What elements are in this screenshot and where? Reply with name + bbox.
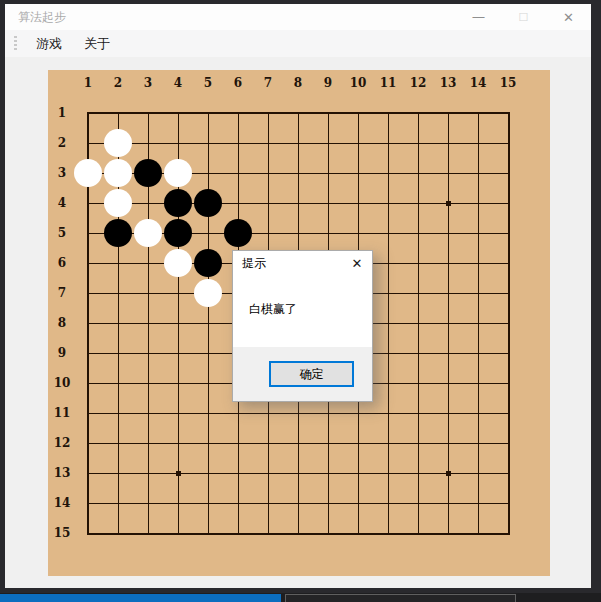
star-point-4-13	[176, 471, 181, 476]
intersection-4-14[interactable]	[163, 488, 193, 518]
intersection-6-4[interactable]	[223, 188, 253, 218]
intersection-9-5[interactable]	[313, 218, 343, 248]
intersection-12-10[interactable]	[403, 368, 433, 398]
intersection-2-9[interactable]	[103, 338, 133, 368]
row-label-4: 4	[48, 188, 76, 218]
intersection-4-3[interactable]	[163, 158, 193, 188]
intersection-9-1[interactable]	[313, 98, 343, 128]
intersection-1-1[interactable]	[73, 98, 103, 128]
intersection-6-12[interactable]	[223, 428, 253, 458]
intersection-3-8[interactable]	[133, 308, 163, 338]
intersection-1-4[interactable]	[73, 188, 103, 218]
intersection-4-13[interactable]	[163, 458, 193, 488]
intersection-9-13[interactable]	[313, 458, 343, 488]
intersection-6-14[interactable]	[223, 488, 253, 518]
intersection-15-14[interactable]	[493, 488, 523, 518]
intersection-11-11[interactable]	[373, 398, 403, 428]
white-stone-4-3	[164, 159, 192, 187]
intersection-8-3[interactable]	[283, 158, 313, 188]
black-stone-4-5	[164, 219, 192, 247]
intersection-7-3[interactable]	[253, 158, 283, 188]
column-label-15: 15	[493, 76, 523, 90]
black-stone-3-3	[134, 159, 162, 187]
intersection-14-9[interactable]	[463, 338, 493, 368]
intersection-15-5[interactable]	[493, 218, 523, 248]
column-label-1: 1	[73, 76, 103, 90]
intersection-9-11[interactable]	[313, 398, 343, 428]
row-label-1: 1	[48, 98, 76, 128]
white-stone-2-2	[104, 129, 132, 157]
white-stone-4-6	[164, 249, 192, 277]
intersection-9-2[interactable]	[313, 128, 343, 158]
intersection-9-14[interactable]	[313, 488, 343, 518]
intersection-10-15[interactable]	[343, 518, 373, 548]
intersection-2-6[interactable]	[103, 248, 133, 278]
column-label-9: 9	[313, 76, 343, 90]
intersection-8-15[interactable]	[283, 518, 313, 548]
column-label-14: 14	[463, 76, 493, 90]
intersection-8-5[interactable]	[283, 218, 313, 248]
intersection-10-11[interactable]	[343, 398, 373, 428]
intersection-13-7[interactable]	[433, 278, 463, 308]
intersection-10-4[interactable]	[343, 188, 373, 218]
intersection-3-5[interactable]	[133, 218, 163, 248]
star-point-13-4	[446, 201, 451, 206]
row-label-9: 9	[48, 338, 76, 368]
white-stone-2-4	[104, 189, 132, 217]
intersection-12-13[interactable]	[403, 458, 433, 488]
intersection-6-15[interactable]	[223, 518, 253, 548]
intersection-4-2[interactable]	[163, 128, 193, 158]
intersection-2-12[interactable]	[103, 428, 133, 458]
intersection-1-3[interactable]	[73, 158, 103, 188]
row-label-5: 5	[48, 218, 76, 248]
intersection-13-9[interactable]	[433, 338, 463, 368]
intersection-4-4[interactable]	[163, 188, 193, 218]
white-stone-3-5	[134, 219, 162, 247]
intersection-14-3[interactable]	[463, 158, 493, 188]
intersection-7-2[interactable]	[253, 128, 283, 158]
intersection-2-8[interactable]	[103, 308, 133, 338]
intersection-2-11[interactable]	[103, 398, 133, 428]
black-stone-6-5	[224, 219, 252, 247]
intersection-10-2[interactable]	[343, 128, 373, 158]
intersection-4-10[interactable]	[163, 368, 193, 398]
column-label-12: 12	[403, 76, 433, 90]
intersection-7-12[interactable]	[253, 428, 283, 458]
column-label-11: 11	[373, 76, 403, 90]
intersection-5-7[interactable]	[193, 278, 223, 308]
intersection-11-3[interactable]	[373, 158, 403, 188]
dialog-title-bar: 提示 ✕	[233, 251, 372, 275]
intersection-2-13[interactable]	[103, 458, 133, 488]
row-label-6: 6	[48, 248, 76, 278]
intersection-14-1[interactable]	[463, 98, 493, 128]
intersection-11-4[interactable]	[373, 188, 403, 218]
intersection-10-13[interactable]	[343, 458, 373, 488]
intersection-3-10[interactable]	[133, 368, 163, 398]
intersection-11-13[interactable]	[373, 458, 403, 488]
intersection-2-14[interactable]	[103, 488, 133, 518]
intersection-3-4[interactable]	[133, 188, 163, 218]
intersection-12-7[interactable]	[403, 278, 433, 308]
intersection-1-9[interactable]	[73, 338, 103, 368]
intersection-9-4[interactable]	[313, 188, 343, 218]
intersection-7-13[interactable]	[253, 458, 283, 488]
intersection-11-9[interactable]	[373, 338, 403, 368]
black-stone-2-5	[104, 219, 132, 247]
column-label-2: 2	[103, 76, 133, 90]
intersection-4-7[interactable]	[163, 278, 193, 308]
menu-bar: 游戏 关于	[5, 30, 591, 57]
intersection-4-1[interactable]	[163, 98, 193, 128]
intersection-1-10[interactable]	[73, 368, 103, 398]
intersection-4-15[interactable]	[163, 518, 193, 548]
intersection-11-12[interactable]	[373, 428, 403, 458]
app-window: 算法起步 — ☐ ✕ 游戏 关于 123456789101112131415 1…	[5, 4, 591, 588]
intersection-15-6[interactable]	[493, 248, 523, 278]
intersection-12-12[interactable]	[403, 428, 433, 458]
white-stone-1-3	[74, 159, 102, 187]
intersection-14-8[interactable]	[463, 308, 493, 338]
intersection-3-14[interactable]	[133, 488, 163, 518]
intersection-4-8[interactable]	[163, 308, 193, 338]
intersection-1-13[interactable]	[73, 458, 103, 488]
dialog-close-button[interactable]: ✕	[342, 251, 372, 275]
intersection-15-9[interactable]	[493, 338, 523, 368]
intersection-15-12[interactable]	[493, 428, 523, 458]
intersection-15-1[interactable]	[493, 98, 523, 128]
intersection-5-15[interactable]	[193, 518, 223, 548]
intersection-3-2[interactable]	[133, 128, 163, 158]
row-label-15: 15	[48, 518, 76, 548]
intersection-5-8[interactable]	[193, 308, 223, 338]
menu-item-game[interactable]: 游戏	[25, 30, 73, 57]
intersection-9-3[interactable]	[313, 158, 343, 188]
intersection-8-11[interactable]	[283, 398, 313, 428]
intersection-13-6[interactable]	[433, 248, 463, 278]
intersection-15-8[interactable]	[493, 308, 523, 338]
window-controls: — ☐ ✕	[456, 4, 591, 30]
intersection-1-11[interactable]	[73, 398, 103, 428]
taskbar	[0, 593, 601, 602]
intersection-12-8[interactable]	[403, 308, 433, 338]
dialog-message: 白棋赢了	[249, 301, 297, 318]
intersection-14-12[interactable]	[463, 428, 493, 458]
intersection-14-15[interactable]	[463, 518, 493, 548]
intersection-12-5[interactable]	[403, 218, 433, 248]
intersection-4-11[interactable]	[163, 398, 193, 428]
intersection-15-3[interactable]	[493, 158, 523, 188]
message-dialog: 提示 ✕ 白棋赢了 确定	[232, 250, 373, 402]
intersection-11-5[interactable]	[373, 218, 403, 248]
intersection-8-13[interactable]	[283, 458, 313, 488]
intersection-5-11[interactable]	[193, 398, 223, 428]
intersection-8-14[interactable]	[283, 488, 313, 518]
intersection-13-13[interactable]	[433, 458, 463, 488]
intersection-15-4[interactable]	[493, 188, 523, 218]
intersection-8-1[interactable]	[283, 98, 313, 128]
close-button[interactable]: ✕	[546, 4, 591, 30]
intersection-10-1[interactable]	[343, 98, 373, 128]
intersection-12-6[interactable]	[403, 248, 433, 278]
intersection-5-12[interactable]	[193, 428, 223, 458]
intersection-13-15[interactable]	[433, 518, 463, 548]
intersection-11-2[interactable]	[373, 128, 403, 158]
minimize-icon: —	[473, 10, 485, 24]
intersection-10-3[interactable]	[343, 158, 373, 188]
intersection-12-15[interactable]	[403, 518, 433, 548]
dialog-ok-button[interactable]: 确定	[269, 361, 354, 387]
intersection-4-6[interactable]	[163, 248, 193, 278]
intersection-12-1[interactable]	[403, 98, 433, 128]
intersection-11-15[interactable]	[373, 518, 403, 548]
intersection-3-11[interactable]	[133, 398, 163, 428]
intersection-14-11[interactable]	[463, 398, 493, 428]
intersection-12-4[interactable]	[403, 188, 433, 218]
intersection-14-13[interactable]	[463, 458, 493, 488]
intersection-7-14[interactable]	[253, 488, 283, 518]
intersection-14-6[interactable]	[463, 248, 493, 278]
intersection-2-4[interactable]	[103, 188, 133, 218]
column-label-5: 5	[193, 76, 223, 90]
intersection-1-5[interactable]	[73, 218, 103, 248]
intersection-7-5[interactable]	[253, 218, 283, 248]
intersection-7-1[interactable]	[253, 98, 283, 128]
intersection-9-12[interactable]	[313, 428, 343, 458]
intersection-11-1[interactable]	[373, 98, 403, 128]
intersection-13-10[interactable]	[433, 368, 463, 398]
intersection-1-7[interactable]	[73, 278, 103, 308]
row-label-14: 14	[48, 488, 76, 518]
intersection-1-2[interactable]	[73, 128, 103, 158]
intersection-2-2[interactable]	[103, 128, 133, 158]
maximize-icon: ☐	[519, 11, 529, 24]
intersection-5-6[interactable]	[193, 248, 223, 278]
intersection-6-5[interactable]	[223, 218, 253, 248]
intersection-2-15[interactable]	[103, 518, 133, 548]
toolbar-grip-icon	[14, 36, 17, 51]
intersection-2-1[interactable]	[103, 98, 133, 128]
column-label-4: 4	[163, 76, 193, 90]
intersection-15-11[interactable]	[493, 398, 523, 428]
intersection-13-11[interactable]	[433, 398, 463, 428]
intersection-1-8[interactable]	[73, 308, 103, 338]
close-icon: ✕	[563, 10, 574, 25]
row-label-2: 2	[48, 128, 76, 158]
white-stone-5-7	[194, 279, 222, 307]
intersection-12-9[interactable]	[403, 338, 433, 368]
dialog-footer: 确定	[233, 347, 372, 401]
intersection-14-14[interactable]	[463, 488, 493, 518]
intersection-5-9[interactable]	[193, 338, 223, 368]
intersection-11-6[interactable]	[373, 248, 403, 278]
intersection-13-14[interactable]	[433, 488, 463, 518]
intersection-12-2[interactable]	[403, 128, 433, 158]
row-label-3: 3	[48, 158, 76, 188]
intersection-5-4[interactable]	[193, 188, 223, 218]
intersection-9-15[interactable]	[313, 518, 343, 548]
intersection-5-3[interactable]	[193, 158, 223, 188]
intersection-3-9[interactable]	[133, 338, 163, 368]
intersection-13-4[interactable]	[433, 188, 463, 218]
intersection-14-2[interactable]	[463, 128, 493, 158]
intersection-1-15[interactable]	[73, 518, 103, 548]
intersection-11-10[interactable]	[373, 368, 403, 398]
intersection-11-8[interactable]	[373, 308, 403, 338]
intersection-15-15[interactable]	[493, 518, 523, 548]
intersection-3-1[interactable]	[133, 98, 163, 128]
intersection-12-11[interactable]	[403, 398, 433, 428]
intersection-2-3[interactable]	[103, 158, 133, 188]
intersection-7-4[interactable]	[253, 188, 283, 218]
intersection-2-10[interactable]	[103, 368, 133, 398]
intersection-7-11[interactable]	[253, 398, 283, 428]
taskbar-accent-segment[interactable]	[0, 594, 281, 602]
row-label-10: 10	[48, 368, 76, 398]
intersection-2-7[interactable]	[103, 278, 133, 308]
intersection-10-12[interactable]	[343, 428, 373, 458]
window-content: 123456789101112131415 123456789101112131…	[5, 57, 591, 588]
intersection-6-2[interactable]	[223, 128, 253, 158]
row-label-11: 11	[48, 398, 76, 428]
intersection-8-12[interactable]	[283, 428, 313, 458]
intersection-15-10[interactable]	[493, 368, 523, 398]
minimize-button[interactable]: —	[456, 4, 501, 30]
menu-item-about[interactable]: 关于	[73, 30, 121, 57]
intersection-6-11[interactable]	[223, 398, 253, 428]
column-label-8: 8	[283, 76, 313, 90]
row-label-8: 8	[48, 308, 76, 338]
dialog-close-icon: ✕	[352, 256, 363, 271]
intersection-13-5[interactable]	[433, 218, 463, 248]
intersection-10-5[interactable]	[343, 218, 373, 248]
intersection-6-3[interactable]	[223, 158, 253, 188]
row-label-12: 12	[48, 428, 76, 458]
maximize-button[interactable]: ☐	[501, 4, 546, 30]
intersection-5-5[interactable]	[193, 218, 223, 248]
black-stone-5-4	[194, 189, 222, 217]
intersection-5-1[interactable]	[193, 98, 223, 128]
title-bar: 算法起步 — ☐ ✕	[5, 4, 591, 30]
column-label-7: 7	[253, 76, 283, 90]
white-stone-2-3	[104, 159, 132, 187]
intersection-14-4[interactable]	[463, 188, 493, 218]
intersection-6-1[interactable]	[223, 98, 253, 128]
intersection-5-13[interactable]	[193, 458, 223, 488]
intersection-14-7[interactable]	[463, 278, 493, 308]
intersection-1-12[interactable]	[73, 428, 103, 458]
intersection-4-5[interactable]	[163, 218, 193, 248]
intersection-3-13[interactable]	[133, 458, 163, 488]
intersection-3-6[interactable]	[133, 248, 163, 278]
intersection-13-1[interactable]	[433, 98, 463, 128]
intersection-12-14[interactable]	[403, 488, 433, 518]
row-label-7: 7	[48, 278, 76, 308]
column-label-10: 10	[343, 76, 373, 90]
intersection-15-2[interactable]	[493, 128, 523, 158]
intersection-13-8[interactable]	[433, 308, 463, 338]
intersection-4-9[interactable]	[163, 338, 193, 368]
intersection-4-12[interactable]	[163, 428, 193, 458]
intersection-10-14[interactable]	[343, 488, 373, 518]
intersection-5-10[interactable]	[193, 368, 223, 398]
intersection-13-3[interactable]	[433, 158, 463, 188]
intersection-6-13[interactable]	[223, 458, 253, 488]
intersection-7-15[interactable]	[253, 518, 283, 548]
column-label-13: 13	[433, 76, 463, 90]
column-label-6: 6	[223, 76, 253, 90]
black-stone-5-6	[194, 249, 222, 277]
intersection-8-2[interactable]	[283, 128, 313, 158]
intersection-3-3[interactable]	[133, 158, 163, 188]
intersection-3-12[interactable]	[133, 428, 163, 458]
intersection-11-7[interactable]	[373, 278, 403, 308]
window-title: 算法起步	[5, 9, 456, 26]
column-label-3: 3	[133, 76, 163, 90]
intersection-8-4[interactable]	[283, 188, 313, 218]
black-stone-4-4	[164, 189, 192, 217]
intersection-11-14[interactable]	[373, 488, 403, 518]
intersection-1-6[interactable]	[73, 248, 103, 278]
intersection-15-13[interactable]	[493, 458, 523, 488]
intersection-3-15[interactable]	[133, 518, 163, 548]
intersection-14-5[interactable]	[463, 218, 493, 248]
row-label-13: 13	[48, 458, 76, 488]
intersection-14-10[interactable]	[463, 368, 493, 398]
taskbar-app-button[interactable]	[285, 594, 516, 602]
intersection-1-14[interactable]	[73, 488, 103, 518]
intersection-3-7[interactable]	[133, 278, 163, 308]
intersection-5-2[interactable]	[193, 128, 223, 158]
intersection-13-12[interactable]	[433, 428, 463, 458]
star-point-13-13	[446, 471, 451, 476]
intersection-2-5[interactable]	[103, 218, 133, 248]
intersection-15-7[interactable]	[493, 278, 523, 308]
intersection-13-2[interactable]	[433, 128, 463, 158]
intersection-5-14[interactable]	[193, 488, 223, 518]
dialog-title: 提示	[233, 255, 342, 272]
intersection-12-3[interactable]	[403, 158, 433, 188]
